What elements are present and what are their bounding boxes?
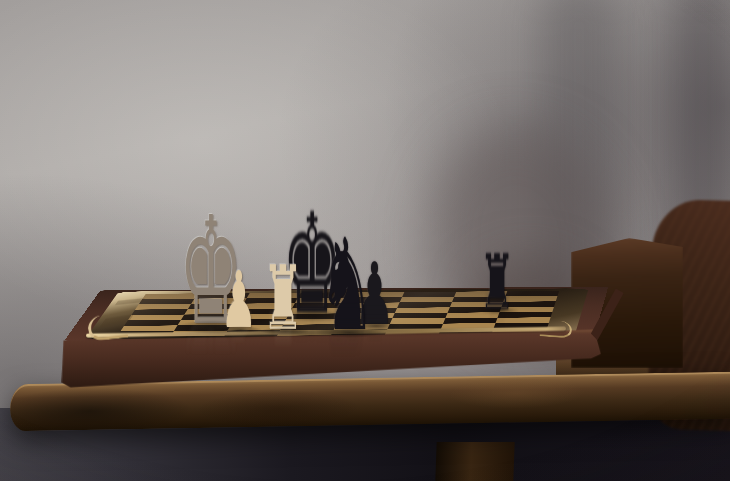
photo-scene: ♚ ♚ ♟ ♟ ♜ ♜ ♚ ♚ ♞ ♞ ♟ ♟ ♜ ♜ <box>0 0 730 481</box>
chessboard <box>0 0 730 481</box>
board-frame-front <box>58 329 604 395</box>
